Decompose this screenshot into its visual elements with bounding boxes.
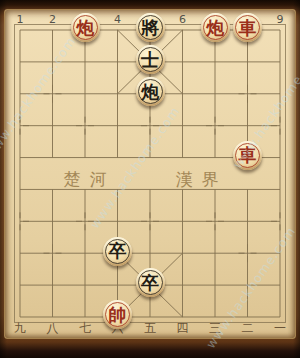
piece-glyph: 將 [141,18,159,36]
piece-glyph: 士 [141,50,159,68]
piece-black-general[interactable]: 將 [136,13,165,42]
piece-red-chariot[interactable]: 車 [233,141,262,170]
piece-glyph: 車 [239,18,257,36]
piece-black-cannon[interactable]: 炮 [136,77,165,106]
piece-black-advisor[interactable]: 士 [136,45,165,74]
piece-glyph: 帥 [109,305,127,323]
xiangqi-board: 123456789 九八七六五四三二一 楚河 漢界 炮將炮車士炮車卒卒帥 www… [0,0,300,358]
piece-glyph: 炮 [76,18,94,36]
piece-glyph: 炮 [141,82,159,100]
piece-glyph: 卒 [109,242,127,260]
piece-red-chariot[interactable]: 車 [233,13,262,42]
piece-glyph: 車 [239,146,257,164]
piece-red-cannon[interactable]: 炮 [201,13,230,42]
piece-black-soldier[interactable]: 卒 [103,237,132,266]
piece-black-soldier[interactable]: 卒 [136,268,165,297]
piece-red-general[interactable]: 帥 [103,300,132,329]
piece-red-cannon[interactable]: 炮 [71,13,100,42]
piece-glyph: 炮 [206,18,224,36]
pieces-layer: 炮將炮車士炮車卒卒帥 [4,14,297,333]
piece-glyph: 卒 [141,273,159,291]
